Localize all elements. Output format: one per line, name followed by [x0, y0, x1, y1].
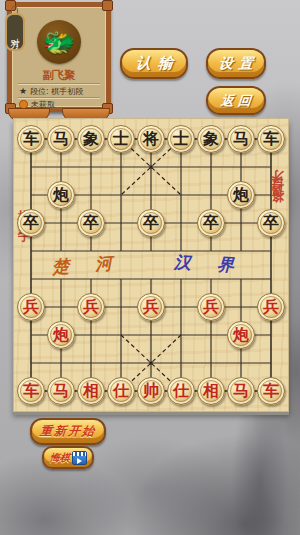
piece-兵-red[interactable]: 兵 — [17, 293, 45, 321]
back-button[interactable]: 返回 — [206, 86, 266, 115]
piece-卒-black[interactable]: 卒 — [137, 209, 165, 237]
undo-button-label: 悔棋 — [49, 451, 70, 465]
frame-corner-icon — [102, 0, 113, 11]
resign-button[interactable]: 认输 — [120, 48, 188, 79]
settings-button-label: 设置 — [212, 55, 260, 73]
piece-仕-red[interactable]: 仕 — [107, 377, 135, 405]
piece-卒-black[interactable]: 卒 — [197, 209, 225, 237]
divider — [18, 97, 100, 98]
back-button-label: 返回 — [216, 92, 256, 110]
divider — [18, 83, 100, 84]
piece-相-red[interactable]: 相 — [197, 377, 225, 405]
piece-士-black[interactable]: 士 — [107, 125, 135, 153]
piece-兵-red[interactable]: 兵 — [197, 293, 225, 321]
piece-兵-red[interactable]: 兵 — [77, 293, 105, 321]
settings-button[interactable]: 设置 — [206, 48, 266, 79]
piece-兵-red[interactable]: 兵 — [137, 293, 165, 321]
opponent-name: 副飞聚 — [12, 68, 106, 83]
piece-车-red[interactable]: 车 — [17, 377, 45, 405]
opponent-tag: 对方 — [5, 6, 23, 50]
restart-button[interactable]: 重新开始 — [30, 418, 106, 445]
piece-车-red[interactable]: 车 — [257, 377, 285, 405]
piece-马-black[interactable]: 马 — [47, 125, 75, 153]
xiangqi-board[interactable]: 棋逢对手 将遇良才 楚河 汉界 车马象士将士象马车炮炮卒卒卒卒卒兵兵兵兵兵炮炮车… — [13, 118, 289, 412]
piece-仕-red[interactable]: 仕 — [167, 377, 195, 405]
piece-兵-red[interactable]: 兵 — [257, 293, 285, 321]
opponent-rank-row: ★ 段位: 棋手初段 — [19, 86, 105, 97]
piece-马-red[interactable]: 马 — [227, 377, 255, 405]
restart-button-label: 重新开始 — [39, 423, 97, 440]
piece-车-black[interactable]: 车 — [17, 125, 45, 153]
piece-马-red[interactable]: 马 — [47, 377, 75, 405]
piece-象-black[interactable]: 象 — [77, 125, 105, 153]
piece-炮-red[interactable]: 炮 — [227, 321, 255, 349]
piece-将-black[interactable]: 将 — [137, 125, 165, 153]
piece-象-black[interactable]: 象 — [197, 125, 225, 153]
rank-star-icon: ★ — [19, 87, 27, 96]
resign-button-label: 认输 — [128, 54, 181, 73]
piece-炮-red[interactable]: 炮 — [47, 321, 75, 349]
piece-车-black[interactable]: 车 — [257, 125, 285, 153]
dragon-avatar-icon: 🐲 — [43, 29, 75, 55]
piece-马-black[interactable]: 马 — [227, 125, 255, 153]
undo-move-button[interactable]: 悔棋 — [42, 446, 94, 469]
piece-卒-black[interactable]: 卒 — [17, 209, 45, 237]
piece-炮-black[interactable]: 炮 — [47, 181, 75, 209]
piece-卒-black[interactable]: 卒 — [77, 209, 105, 237]
piece-卒-black[interactable]: 卒 — [257, 209, 285, 237]
ad-video-icon — [72, 451, 87, 465]
pieces-layer: 车马象士将士象马车炮炮卒卒卒卒卒兵兵兵兵兵炮炮车马相仕帅仕相马车 — [14, 119, 288, 411]
game-screen: 🐲 副飞聚 ★ 段位: 棋手初段 未获取 对方 认输 设置 返回 — [0, 0, 300, 535]
piece-帅-red[interactable]: 帅 — [137, 377, 165, 405]
piece-炮-black[interactable]: 炮 — [227, 181, 255, 209]
opponent-tag-label: 对方 — [5, 13, 25, 51]
opponent-avatar: 🐲 — [37, 20, 81, 64]
piece-相-red[interactable]: 相 — [77, 377, 105, 405]
piece-士-black[interactable]: 士 — [167, 125, 195, 153]
opponent-rank: 段位: 棋手初段 — [30, 86, 83, 97]
